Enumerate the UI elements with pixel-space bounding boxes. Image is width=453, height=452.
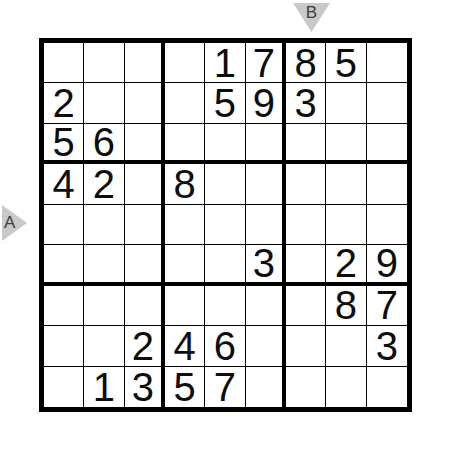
cell-r3c1[interactable]: 5 — [44, 124, 84, 164]
cell-r6c6[interactable]: 3 — [246, 245, 286, 285]
cell-r2c1[interactable]: 2 — [44, 83, 84, 123]
cell-r8c1[interactable] — [44, 326, 84, 366]
cell-r3c2[interactable]: 6 — [84, 124, 124, 164]
cell-r9c5[interactable]: 7 — [205, 367, 245, 407]
cell-r8c3[interactable]: 2 — [125, 326, 165, 366]
cell-r2c9[interactable] — [367, 83, 407, 123]
cell-r8c2[interactable] — [84, 326, 124, 366]
cell-r9c7[interactable] — [286, 367, 326, 407]
cell-r9c4[interactable]: 5 — [165, 367, 205, 407]
cell-r8c7[interactable] — [286, 326, 326, 366]
cell-r4c7[interactable] — [286, 164, 326, 204]
cell-r3c5[interactable] — [205, 124, 245, 164]
cell-r1c9[interactable] — [367, 43, 407, 83]
cell-r2c6[interactable]: 9 — [246, 83, 286, 123]
cell-r1c3[interactable] — [125, 43, 165, 83]
cell-r2c4[interactable] — [165, 83, 205, 123]
cell-r4c2[interactable]: 2 — [84, 164, 124, 204]
cell-r6c8[interactable]: 2 — [326, 245, 366, 285]
cell-r7c1[interactable] — [44, 286, 84, 326]
cell-r9c8[interactable] — [326, 367, 366, 407]
marker-a-label: A — [4, 213, 15, 233]
cell-r7c8[interactable]: 8 — [326, 286, 366, 326]
marker-a-triangle-icon: A — [2, 205, 27, 241]
cell-r1c1[interactable] — [44, 43, 84, 83]
cell-r1c5[interactable]: 1 — [205, 43, 245, 83]
cell-r3c7[interactable] — [286, 124, 326, 164]
cell-r4c8[interactable] — [326, 164, 366, 204]
marker-b-triangle-icon: B — [293, 3, 330, 32]
cell-r4c4[interactable]: 8 — [165, 164, 205, 204]
cell-r1c6[interactable]: 7 — [246, 43, 286, 83]
cell-r5c1[interactable] — [44, 205, 84, 245]
cell-r7c7[interactable] — [286, 286, 326, 326]
cell-r2c5[interactable]: 5 — [205, 83, 245, 123]
cell-r5c3[interactable] — [125, 205, 165, 245]
cell-r2c8[interactable] — [326, 83, 366, 123]
cell-r5c7[interactable] — [286, 205, 326, 245]
cell-r5c9[interactable] — [367, 205, 407, 245]
cell-r6c5[interactable] — [205, 245, 245, 285]
cell-r1c2[interactable] — [84, 43, 124, 83]
cell-r7c3[interactable] — [125, 286, 165, 326]
sudoku-board: 17852593564283298724631357 — [39, 38, 412, 412]
cell-r6c3[interactable] — [125, 245, 165, 285]
cell-r3c8[interactable] — [326, 124, 366, 164]
cell-r7c4[interactable] — [165, 286, 205, 326]
cell-r9c1[interactable] — [44, 367, 84, 407]
cell-r8c9[interactable]: 3 — [367, 326, 407, 366]
cell-r4c9[interactable] — [367, 164, 407, 204]
sudoku-puzzle-page: B A 17852593564283298724631357 — [0, 0, 453, 452]
cell-r7c9[interactable]: 7 — [367, 286, 407, 326]
cell-r2c7[interactable]: 3 — [286, 83, 326, 123]
cell-r1c7[interactable]: 8 — [286, 43, 326, 83]
cell-r1c4[interactable] — [165, 43, 205, 83]
cell-r6c9[interactable]: 9 — [367, 245, 407, 285]
cell-r8c6[interactable] — [246, 326, 286, 366]
cell-r7c5[interactable] — [205, 286, 245, 326]
cell-r5c6[interactable] — [246, 205, 286, 245]
cell-r2c2[interactable] — [84, 83, 124, 123]
cell-r4c3[interactable] — [125, 164, 165, 204]
marker-b-label: B — [306, 3, 317, 23]
cell-r3c3[interactable] — [125, 124, 165, 164]
cell-r7c2[interactable] — [84, 286, 124, 326]
cell-r4c1[interactable]: 4 — [44, 164, 84, 204]
cell-r8c5[interactable]: 6 — [205, 326, 245, 366]
cell-r9c6[interactable] — [246, 367, 286, 407]
cell-r7c6[interactable] — [246, 286, 286, 326]
cell-r6c2[interactable] — [84, 245, 124, 285]
cell-r6c4[interactable] — [165, 245, 205, 285]
cell-r6c7[interactable] — [286, 245, 326, 285]
cell-r9c3[interactable]: 3 — [125, 367, 165, 407]
cell-r3c9[interactable] — [367, 124, 407, 164]
cell-r5c2[interactable] — [84, 205, 124, 245]
cell-r8c4[interactable]: 4 — [165, 326, 205, 366]
cell-r5c5[interactable] — [205, 205, 245, 245]
cell-r5c8[interactable] — [326, 205, 366, 245]
cell-r4c5[interactable] — [205, 164, 245, 204]
cell-r8c8[interactable] — [326, 326, 366, 366]
cell-r2c3[interactable] — [125, 83, 165, 123]
cell-r6c1[interactable] — [44, 245, 84, 285]
cell-r9c2[interactable]: 1 — [84, 367, 124, 407]
cell-r3c4[interactable] — [165, 124, 205, 164]
cell-r1c8[interactable]: 5 — [326, 43, 366, 83]
cell-r3c6[interactable] — [246, 124, 286, 164]
cell-r9c9[interactable] — [367, 367, 407, 407]
cell-r4c6[interactable] — [246, 164, 286, 204]
cell-r5c4[interactable] — [165, 205, 205, 245]
